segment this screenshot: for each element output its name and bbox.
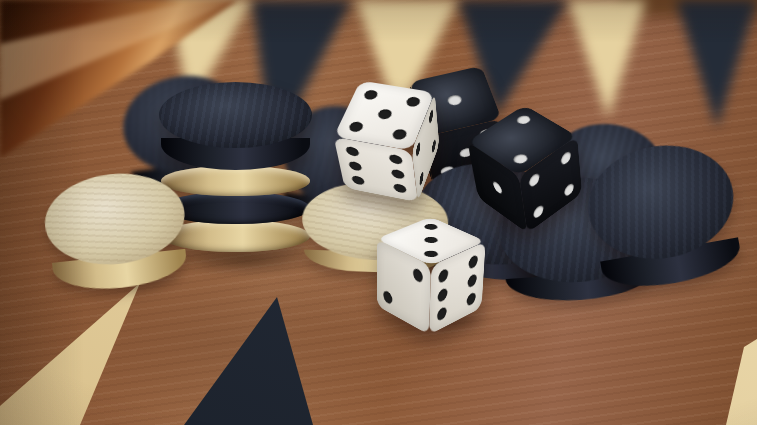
die-pip bbox=[419, 169, 424, 188]
die-pip bbox=[468, 273, 477, 289]
die-pip bbox=[391, 128, 409, 140]
die-pip bbox=[345, 146, 360, 157]
die-pip bbox=[437, 287, 447, 303]
die-pip bbox=[391, 169, 405, 180]
die-pip bbox=[438, 268, 448, 284]
die-pip bbox=[376, 108, 393, 120]
stack-layer-cream bbox=[161, 166, 309, 196]
die-pip bbox=[422, 236, 441, 244]
die-pip bbox=[393, 183, 407, 194]
die-pip bbox=[388, 154, 403, 165]
die-pip bbox=[511, 153, 530, 166]
pieces-layer bbox=[0, 0, 757, 425]
die-pip bbox=[469, 254, 479, 270]
black-checker-right-front[interactable] bbox=[579, 134, 747, 295]
die-pip bbox=[429, 107, 434, 126]
die-pip bbox=[413, 267, 423, 284]
die-pip bbox=[405, 96, 422, 108]
die-pip bbox=[363, 89, 380, 100]
die-pip bbox=[348, 161, 362, 172]
die-pip bbox=[514, 114, 532, 125]
white-die-back[interactable] bbox=[350, 102, 428, 180]
die-cube bbox=[347, 108, 429, 173]
die-pip bbox=[467, 291, 476, 307]
die-pip bbox=[447, 94, 463, 106]
die-cube bbox=[493, 120, 557, 215]
die-pip bbox=[383, 289, 392, 305]
die-pip bbox=[492, 180, 502, 196]
cream-checker-left[interactable] bbox=[40, 167, 191, 295]
die-cube bbox=[402, 229, 458, 320]
die-pip bbox=[351, 175, 365, 186]
die-pip bbox=[348, 121, 365, 133]
black-die-front[interactable] bbox=[488, 130, 564, 206]
die-pip bbox=[533, 204, 544, 220]
die-pip bbox=[528, 172, 539, 189]
die-pip bbox=[416, 140, 421, 159]
die-pip bbox=[422, 223, 440, 231]
backgammon-board-photo bbox=[0, 0, 757, 425]
white-die-front[interactable] bbox=[392, 236, 468, 312]
die-pip bbox=[421, 250, 440, 259]
die-pip bbox=[432, 137, 436, 155]
die-pip bbox=[561, 149, 572, 166]
stack-layer-black bbox=[159, 82, 312, 148]
die-pip bbox=[437, 306, 447, 322]
die-pip bbox=[564, 182, 574, 198]
